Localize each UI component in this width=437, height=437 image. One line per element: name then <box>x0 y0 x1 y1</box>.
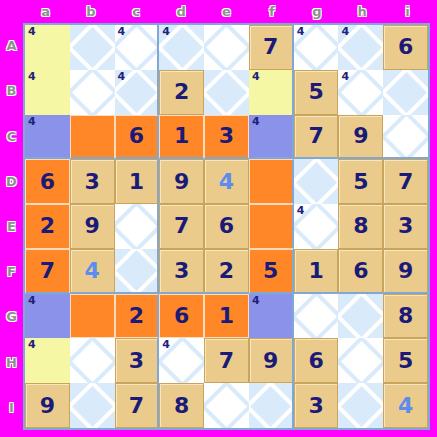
cell-Ca[interactable]: 4 <box>25 115 70 160</box>
column-label-a: a <box>23 0 68 22</box>
cell-He[interactable]: 7 <box>204 338 249 383</box>
cell-Ic[interactable]: 7 <box>115 383 160 428</box>
cell-Ih[interactable] <box>338 383 383 428</box>
cell-value: 6 <box>129 125 144 147</box>
empty-cell-diamond-icon <box>204 383 249 428</box>
cell-Gc[interactable]: 2 <box>115 294 160 339</box>
row-label-A: A <box>0 23 23 68</box>
cell-Ie[interactable] <box>204 383 249 428</box>
cell-value: 9 <box>398 260 413 282</box>
cell-Ig[interactable]: 3 <box>294 383 339 428</box>
pencil-mark-4: 4 <box>252 116 260 128</box>
cell-Hc[interactable]: 3 <box>115 338 160 383</box>
cell-Ge[interactable]: 1 <box>204 294 249 339</box>
cell-value: 9 <box>353 125 368 147</box>
cell-value: 3 <box>174 260 189 282</box>
cell-Fd[interactable]: 3 <box>159 249 204 294</box>
cell-Ec[interactable] <box>115 204 160 249</box>
pencil-mark-4: 4 <box>28 26 36 38</box>
cell-Ce[interactable]: 3 <box>204 115 249 160</box>
cell-value: 2 <box>219 260 234 282</box>
cell-value: 7 <box>263 36 278 58</box>
column-label-h: h <box>340 0 385 22</box>
empty-cell-diamond-icon <box>70 25 115 70</box>
cell-Hf[interactable]: 9 <box>249 338 294 383</box>
cell-value: 5 <box>308 81 323 103</box>
cell-Ch[interactable]: 9 <box>338 115 383 160</box>
cell-Cg[interactable]: 7 <box>294 115 339 160</box>
pencil-mark-4: 4 <box>341 26 349 38</box>
column-label-g: g <box>294 0 339 22</box>
cell-Ba[interactable]: 4 <box>25 70 70 115</box>
cell-value: 9 <box>40 395 55 417</box>
cell-Hh[interactable] <box>338 338 383 383</box>
cell-value: 4 <box>398 395 413 417</box>
pencil-mark-4: 4 <box>28 71 36 83</box>
cell-value: 1 <box>308 260 323 282</box>
cell-Gf[interactable]: 4 <box>249 294 294 339</box>
cell-value: 7 <box>308 125 323 147</box>
row-label-G: G <box>0 294 23 339</box>
cell-Hg[interactable]: 6 <box>294 338 339 383</box>
cell-value: 1 <box>129 171 144 193</box>
cell-Ee[interactable]: 6 <box>204 204 249 249</box>
cell-value: 6 <box>398 36 413 58</box>
row-label-D: D <box>0 159 23 204</box>
empty-cell-diamond-icon <box>338 294 383 339</box>
cell-Gi[interactable]: 8 <box>383 294 428 339</box>
cell-Gd[interactable]: 6 <box>159 294 204 339</box>
column-labels: abcdefghi <box>23 0 430 22</box>
cell-value: 2 <box>40 215 55 237</box>
pencil-mark-4: 4 <box>28 295 36 307</box>
cell-If[interactable] <box>249 383 294 428</box>
cell-Fc[interactable] <box>115 249 160 294</box>
cell-value: 6 <box>174 305 189 327</box>
cell-value: 6 <box>308 350 323 372</box>
pencil-mark-4: 4 <box>118 71 126 83</box>
cell-Be[interactable] <box>204 70 249 115</box>
cell-Cd[interactable]: 1 <box>159 115 204 160</box>
pencil-mark-4: 4 <box>252 295 260 307</box>
pencil-mark-4: 4 <box>28 339 36 351</box>
row-label-E: E <box>0 204 23 249</box>
cell-value: 9 <box>263 350 278 372</box>
cell-value: 2 <box>174 81 189 103</box>
cell-Cb[interactable] <box>70 115 115 160</box>
cell-Di[interactable]: 7 <box>383 159 428 204</box>
cell-Cc[interactable]: 6 <box>115 115 160 160</box>
cell-Eh[interactable]: 8 <box>338 204 383 249</box>
column-label-b: b <box>68 0 113 22</box>
cell-Fg[interactable]: 1 <box>294 249 339 294</box>
column-label-d: d <box>159 0 204 22</box>
cell-value: 2 <box>129 305 144 327</box>
cell-value: 7 <box>174 215 189 237</box>
pencil-mark-4: 4 <box>162 26 170 38</box>
cell-value: 8 <box>398 305 413 327</box>
cell-value: 5 <box>398 350 413 372</box>
cell-value: 3 <box>308 395 323 417</box>
row-label-B: B <box>0 68 23 113</box>
cell-Ea[interactable]: 2 <box>25 204 70 249</box>
cell-Ia[interactable]: 9 <box>25 383 70 428</box>
cell-value: 1 <box>219 305 234 327</box>
pencil-mark-4: 4 <box>118 26 126 38</box>
column-label-e: e <box>204 0 249 22</box>
cell-Hd[interactable]: 4 <box>159 338 204 383</box>
pencil-mark-4: 4 <box>252 71 260 83</box>
cell-Dg[interactable] <box>294 159 339 204</box>
cell-value: 4 <box>85 260 100 282</box>
cell-Id[interactable]: 8 <box>159 383 204 428</box>
cell-value: 6 <box>40 171 55 193</box>
cell-Aa[interactable]: 4 <box>25 25 70 70</box>
empty-cell-diamond-icon <box>70 338 115 383</box>
empty-cell-diamond-icon <box>204 70 249 115</box>
pencil-mark-4: 4 <box>341 71 349 83</box>
cell-Bc[interactable]: 4 <box>115 70 160 115</box>
empty-cell-diamond-icon <box>294 294 339 339</box>
cell-value: 1 <box>174 125 189 147</box>
cell-Ga[interactable]: 4 <box>25 294 70 339</box>
cell-value: 3 <box>129 350 144 372</box>
cell-Ib[interactable] <box>70 383 115 428</box>
cell-Df[interactable] <box>249 159 294 204</box>
empty-cell-diamond-icon <box>115 249 160 294</box>
cell-value: 7 <box>219 350 234 372</box>
cell-Hi[interactable]: 5 <box>383 338 428 383</box>
cell-Ef[interactable] <box>249 204 294 249</box>
cell-value: 9 <box>85 215 100 237</box>
cell-Bb[interactable] <box>70 70 115 115</box>
cell-Ad[interactable]: 4 <box>159 25 204 70</box>
cell-Fb[interactable]: 4 <box>70 249 115 294</box>
row-label-H: H <box>0 340 23 385</box>
cell-Af[interactable]: 7 <box>249 25 294 70</box>
cell-Fe[interactable]: 2 <box>204 249 249 294</box>
row-label-C: C <box>0 113 23 158</box>
row-label-F: F <box>0 249 23 294</box>
column-label-c: c <box>113 0 158 22</box>
cell-Gh[interactable] <box>338 294 383 339</box>
sudoku-board: 4447446442454461347963194572976483743251… <box>23 23 430 430</box>
cell-Dd[interactable]: 9 <box>159 159 204 204</box>
cell-Ae[interactable] <box>204 25 249 70</box>
cell-value: 9 <box>174 171 189 193</box>
cell-Ag[interactable]: 4 <box>294 25 339 70</box>
cell-Bf[interactable]: 4 <box>249 70 294 115</box>
cell-value: 6 <box>219 215 234 237</box>
cell-Bi[interactable] <box>383 70 428 115</box>
empty-cell-diamond-icon <box>294 159 339 204</box>
cell-Bd[interactable]: 2 <box>159 70 204 115</box>
pencil-mark-4: 4 <box>297 26 305 38</box>
cell-Ff[interactable]: 5 <box>249 249 294 294</box>
pencil-mark-4: 4 <box>28 116 36 128</box>
cell-Ai[interactable]: 6 <box>383 25 428 70</box>
cell-value: 7 <box>40 260 55 282</box>
cell-Gb[interactable] <box>70 294 115 339</box>
cell-Ac[interactable]: 4 <box>115 25 160 70</box>
cell-Hb[interactable] <box>70 338 115 383</box>
row-labels: ABCDEFGHI <box>0 23 23 430</box>
cell-Eg[interactable]: 4 <box>294 204 339 249</box>
cell-Fh[interactable]: 6 <box>338 249 383 294</box>
cell-Ii[interactable]: 4 <box>383 383 428 428</box>
cell-Ei[interactable]: 3 <box>383 204 428 249</box>
cell-Bg[interactable]: 5 <box>294 70 339 115</box>
cell-value: 5 <box>353 171 368 193</box>
cell-Fa[interactable]: 7 <box>25 249 70 294</box>
empty-cell-diamond-icon <box>204 25 249 70</box>
cell-value: 5 <box>263 260 278 282</box>
cell-value: 7 <box>129 395 144 417</box>
cell-Db[interactable]: 3 <box>70 159 115 204</box>
empty-cell-diamond-icon <box>115 204 160 249</box>
cell-Dh[interactable]: 5 <box>338 159 383 204</box>
empty-cell-diamond-icon <box>70 70 115 115</box>
empty-cell-diamond-icon <box>338 338 383 383</box>
app-frame: abcdefghi ABCDEFGHI 44474464424544613479… <box>0 0 437 437</box>
empty-cell-diamond-icon <box>383 70 428 115</box>
cell-value: 8 <box>353 215 368 237</box>
cell-Gg[interactable] <box>294 294 339 339</box>
pencil-mark-4: 4 <box>297 205 305 217</box>
cell-value: 3 <box>85 171 100 193</box>
cell-value: 8 <box>174 395 189 417</box>
cell-Da[interactable]: 6 <box>25 159 70 204</box>
cell-Eb[interactable]: 9 <box>70 204 115 249</box>
empty-cell-diamond-icon <box>249 383 294 428</box>
empty-cell-diamond-icon <box>70 383 115 428</box>
cell-value: 3 <box>219 125 234 147</box>
cell-Ci[interactable] <box>383 115 428 160</box>
cell-Ab[interactable] <box>70 25 115 70</box>
cell-De[interactable]: 4 <box>204 159 249 204</box>
cell-Ed[interactable]: 7 <box>159 204 204 249</box>
cell-value: 7 <box>398 171 413 193</box>
cell-value: 4 <box>219 171 234 193</box>
column-label-f: f <box>249 0 294 22</box>
cell-Ha[interactable]: 4 <box>25 338 70 383</box>
row-label-I: I <box>0 385 23 430</box>
cell-value: 6 <box>353 260 368 282</box>
cell-Bh[interactable]: 4 <box>338 70 383 115</box>
cell-Cf[interactable]: 4 <box>249 115 294 160</box>
cell-Dc[interactable]: 1 <box>115 159 160 204</box>
column-label-i: i <box>385 0 430 22</box>
empty-cell-diamond-icon <box>383 115 428 160</box>
cell-value: 3 <box>398 215 413 237</box>
pencil-mark-4: 4 <box>162 339 170 351</box>
cell-Ah[interactable]: 4 <box>338 25 383 70</box>
cell-Fi[interactable]: 9 <box>383 249 428 294</box>
empty-cell-diamond-icon <box>338 383 383 428</box>
